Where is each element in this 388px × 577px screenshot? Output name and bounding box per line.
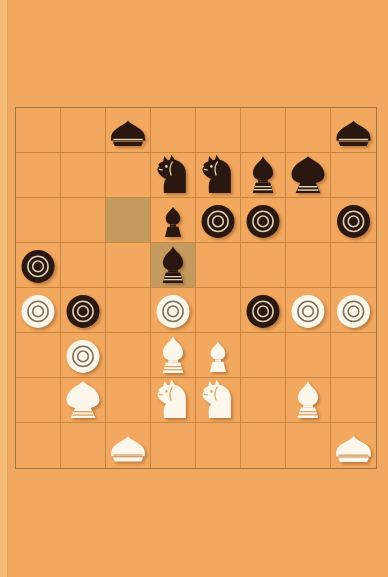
black-khun-glyph [286, 153, 330, 197]
piece-white-bia[interactable] [286, 288, 330, 332]
square-g8[interactable] [286, 108, 331, 153]
square-e8[interactable] [196, 108, 241, 153]
square-c8[interactable] [106, 108, 151, 153]
piece-white-khun[interactable] [61, 378, 105, 422]
white-ruea-glyph [106, 423, 150, 468]
square-b5[interactable] [61, 243, 106, 288]
square-d7[interactable] [151, 153, 196, 198]
square-d6[interactable] [151, 198, 196, 243]
square-f7[interactable] [241, 153, 286, 198]
square-d8[interactable] [151, 108, 196, 153]
piece-black-bia[interactable] [331, 198, 376, 242]
piece-black-ruea[interactable] [106, 108, 150, 152]
square-a8[interactable] [16, 108, 61, 153]
white-khon-glyph [151, 333, 195, 377]
square-b3[interactable] [61, 333, 106, 378]
square-d5[interactable] [151, 243, 196, 288]
piece-black-khun[interactable] [286, 153, 330, 197]
square-b7[interactable] [61, 153, 106, 198]
square-g7[interactable] [286, 153, 331, 198]
white-khun-glyph [61, 378, 105, 422]
left-edge-strip [0, 0, 8, 577]
square-c1[interactable] [106, 423, 151, 468]
square-g2[interactable] [286, 378, 331, 423]
piece-black-bia[interactable] [16, 243, 60, 287]
square-b4[interactable] [61, 288, 106, 333]
makruk-game-screen [0, 0, 388, 577]
square-h8[interactable] [331, 108, 376, 153]
square-b2[interactable] [61, 378, 106, 423]
black-bia-glyph [331, 198, 376, 242]
black-ma-glyph [196, 153, 240, 197]
piece-white-khon[interactable] [286, 378, 330, 422]
square-g4[interactable] [286, 288, 331, 333]
black-khon-glyph [151, 243, 195, 287]
square-h1[interactable] [331, 423, 376, 468]
square-c7[interactable] [106, 153, 151, 198]
square-h7[interactable] [331, 153, 376, 198]
square-e7[interactable] [196, 153, 241, 198]
piece-white-ruea[interactable] [331, 423, 376, 468]
white-bia-glyph [16, 288, 60, 332]
square-h6[interactable] [331, 198, 376, 243]
square-g1[interactable] [286, 423, 331, 468]
piece-white-ma[interactable] [196, 378, 240, 422]
square-f4[interactable] [241, 288, 286, 333]
square-b6[interactable] [61, 198, 106, 243]
white-bia-glyph [286, 288, 330, 332]
square-a1[interactable] [16, 423, 61, 468]
square-a5[interactable] [16, 243, 61, 288]
piece-black-khon[interactable] [241, 153, 285, 197]
square-a6[interactable] [16, 198, 61, 243]
square-d4[interactable] [151, 288, 196, 333]
black-bia-glyph [241, 198, 285, 242]
square-f8[interactable] [241, 108, 286, 153]
square-a7[interactable] [16, 153, 61, 198]
piece-black-ma[interactable] [151, 153, 195, 197]
square-a3[interactable] [16, 333, 61, 378]
square-d3[interactable] [151, 333, 196, 378]
black-ruea-glyph [106, 108, 150, 152]
black-ruea-glyph [331, 108, 376, 152]
square-g5[interactable] [286, 243, 331, 288]
square-e4[interactable] [196, 288, 241, 333]
white-ruea-glyph [331, 423, 376, 468]
piece-white-met[interactable] [196, 333, 240, 377]
square-f6[interactable] [241, 198, 286, 243]
square-d2[interactable] [151, 378, 196, 423]
piece-black-ma[interactable] [196, 153, 240, 197]
black-bia-glyph [16, 243, 60, 287]
white-khon-glyph [286, 378, 330, 422]
square-e2[interactable] [196, 378, 241, 423]
piece-white-bia[interactable] [16, 288, 60, 332]
white-bia-glyph [61, 333, 105, 377]
square-f2[interactable] [241, 378, 286, 423]
white-ma-glyph [196, 378, 240, 422]
square-f1[interactable] [241, 423, 286, 468]
square-b1[interactable] [61, 423, 106, 468]
square-h4[interactable] [331, 288, 376, 333]
square-c6[interactable] [106, 198, 151, 243]
square-c4[interactable] [106, 288, 151, 333]
white-met-glyph [196, 333, 240, 377]
square-g6[interactable] [286, 198, 331, 243]
square-g3[interactable] [286, 333, 331, 378]
square-a4[interactable] [16, 288, 61, 333]
square-e3[interactable] [196, 333, 241, 378]
piece-white-ma[interactable] [151, 378, 195, 422]
square-c2[interactable] [106, 378, 151, 423]
piece-white-ruea[interactable] [106, 423, 150, 468]
white-bia-glyph [331, 288, 376, 332]
piece-white-bia[interactable] [331, 288, 376, 332]
square-f5[interactable] [241, 243, 286, 288]
piece-black-bia[interactable] [61, 288, 105, 332]
piece-white-bia[interactable] [151, 288, 195, 332]
square-d1[interactable] [151, 423, 196, 468]
square-a2[interactable] [16, 378, 61, 423]
square-h2[interactable] [331, 378, 376, 423]
piece-black-khon[interactable] [151, 243, 195, 287]
piece-black-bia[interactable] [241, 198, 285, 242]
square-c3[interactable] [106, 333, 151, 378]
piece-white-bia[interactable] [61, 333, 105, 377]
black-bia-glyph [61, 288, 105, 332]
piece-white-khon[interactable] [151, 333, 195, 377]
square-e5[interactable] [196, 243, 241, 288]
square-f3[interactable] [241, 333, 286, 378]
white-bia-glyph [151, 288, 195, 332]
black-bia-glyph [241, 288, 285, 332]
black-bia-glyph [196, 198, 240, 242]
square-e1[interactable] [196, 423, 241, 468]
piece-black-met[interactable] [151, 198, 195, 242]
square-h5[interactable] [331, 243, 376, 288]
square-b8[interactable] [61, 108, 106, 153]
square-e6[interactable] [196, 198, 241, 243]
square-c5[interactable] [106, 243, 151, 288]
black-khon-glyph [241, 153, 285, 197]
square-h3[interactable] [331, 333, 376, 378]
piece-black-ruea[interactable] [331, 108, 376, 152]
black-met-glyph [151, 198, 195, 242]
piece-black-bia[interactable] [196, 198, 240, 242]
piece-black-bia[interactable] [241, 288, 285, 332]
black-ma-glyph [151, 153, 195, 197]
makruk-board [15, 107, 377, 469]
white-ma-glyph [151, 378, 195, 422]
